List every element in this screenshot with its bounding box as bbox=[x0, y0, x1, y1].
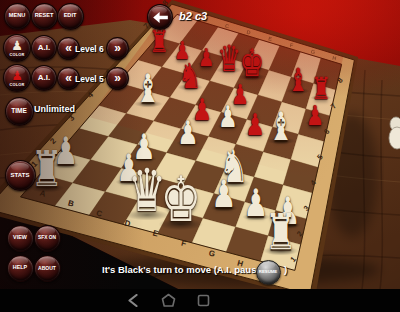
turn-status-text: It's Black's turn to move (A.I. paused bbox=[102, 264, 268, 275]
color-label: COLOR bbox=[9, 83, 24, 87]
resume-button[interactable]: RESUME bbox=[256, 260, 281, 285]
captured-piece-white bbox=[389, 117, 400, 149]
red-pawn-icon: ♟ bbox=[11, 69, 23, 82]
chevron-left-icon: « bbox=[65, 42, 71, 54]
help-label: HELP bbox=[13, 265, 27, 270]
undo-arrow-icon bbox=[153, 12, 168, 23]
rook-glyph: ♜ bbox=[149, 26, 169, 56]
last-move-text: b2 c3 bbox=[179, 10, 207, 22]
android-nav-bar bbox=[0, 289, 400, 312]
white-pawn-icon: ♟ bbox=[11, 39, 23, 52]
app-screen: ABCDEFGHABCDEFGH1234567812345678 ♜♟♟♛♚♝♜… bbox=[0, 0, 400, 312]
edit-button[interactable]: EDIT bbox=[57, 3, 84, 30]
time-button[interactable]: TIME bbox=[5, 97, 34, 126]
chevron-right-icon: » bbox=[114, 42, 120, 54]
king-glyph: ♚ bbox=[160, 168, 201, 230]
help-button[interactable]: HELP bbox=[7, 255, 34, 282]
pawn-glyph: ♟ bbox=[218, 102, 238, 132]
bishop-glyph: ♝ bbox=[136, 70, 162, 109]
ai-label: A.I. bbox=[38, 74, 50, 82]
view-button[interactable]: VIEW bbox=[7, 225, 34, 252]
level-up-button-white[interactable]: » bbox=[106, 37, 129, 60]
resume-label: RESUME bbox=[259, 270, 277, 274]
ai-button-white[interactable]: A.I. bbox=[31, 35, 57, 61]
color-button-red[interactable]: ♟ COLOR bbox=[3, 64, 31, 92]
level-up-button-red[interactable]: » bbox=[106, 67, 129, 90]
nav-recents-icon[interactable] bbox=[197, 294, 210, 307]
queen-glyph: ♛ bbox=[217, 40, 241, 76]
ai-label: A.I. bbox=[38, 44, 50, 52]
level-value-white: Level 6 bbox=[75, 44, 104, 54]
nav-back-icon[interactable] bbox=[126, 294, 141, 307]
chevron-left-icon: « bbox=[65, 72, 71, 84]
edit-label: EDIT bbox=[64, 13, 77, 19]
time-value: Unlimited bbox=[34, 104, 75, 114]
undo-move-button[interactable] bbox=[147, 4, 173, 30]
level-value-red: Level 5 bbox=[75, 74, 104, 84]
stats-label: STATS bbox=[11, 172, 30, 178]
stats-button[interactable]: STATS bbox=[5, 160, 36, 191]
color-label: COLOR bbox=[9, 53, 24, 57]
about-label: ABOUT bbox=[38, 266, 56, 271]
reset-label: RESET bbox=[35, 13, 54, 19]
rook-glyph: ♜ bbox=[265, 208, 297, 257]
ai-button-red[interactable]: A.I. bbox=[31, 65, 57, 91]
pawn-glyph: ♟ bbox=[245, 110, 265, 140]
sfx-toggle-button[interactable]: SFX ON bbox=[34, 225, 61, 252]
pawn-glyph: ♟ bbox=[177, 116, 198, 149]
sfx-label: SFX ON bbox=[38, 236, 56, 241]
view-label: VIEW bbox=[13, 235, 27, 240]
menu-button[interactable]: MENU bbox=[4, 3, 31, 30]
reset-button[interactable]: RESET bbox=[31, 3, 58, 30]
rook-glyph: ♜ bbox=[31, 145, 63, 194]
pawn-glyph: ♟ bbox=[212, 176, 237, 214]
bishop-glyph: ♝ bbox=[288, 64, 309, 96]
time-label: TIME bbox=[11, 108, 27, 115]
status-paren: ) bbox=[284, 264, 287, 275]
nav-home-icon[interactable] bbox=[161, 293, 176, 308]
color-button-white[interactable]: ♟ COLOR bbox=[3, 34, 31, 62]
menu-label: MENU bbox=[9, 13, 25, 19]
knight-glyph: ♞ bbox=[179, 58, 202, 93]
about-button[interactable]: ABOUT bbox=[34, 255, 61, 282]
bishop-glyph: ♝ bbox=[268, 108, 294, 147]
pawn-glyph: ♟ bbox=[306, 102, 324, 129]
chevron-right-icon: » bbox=[114, 72, 120, 84]
